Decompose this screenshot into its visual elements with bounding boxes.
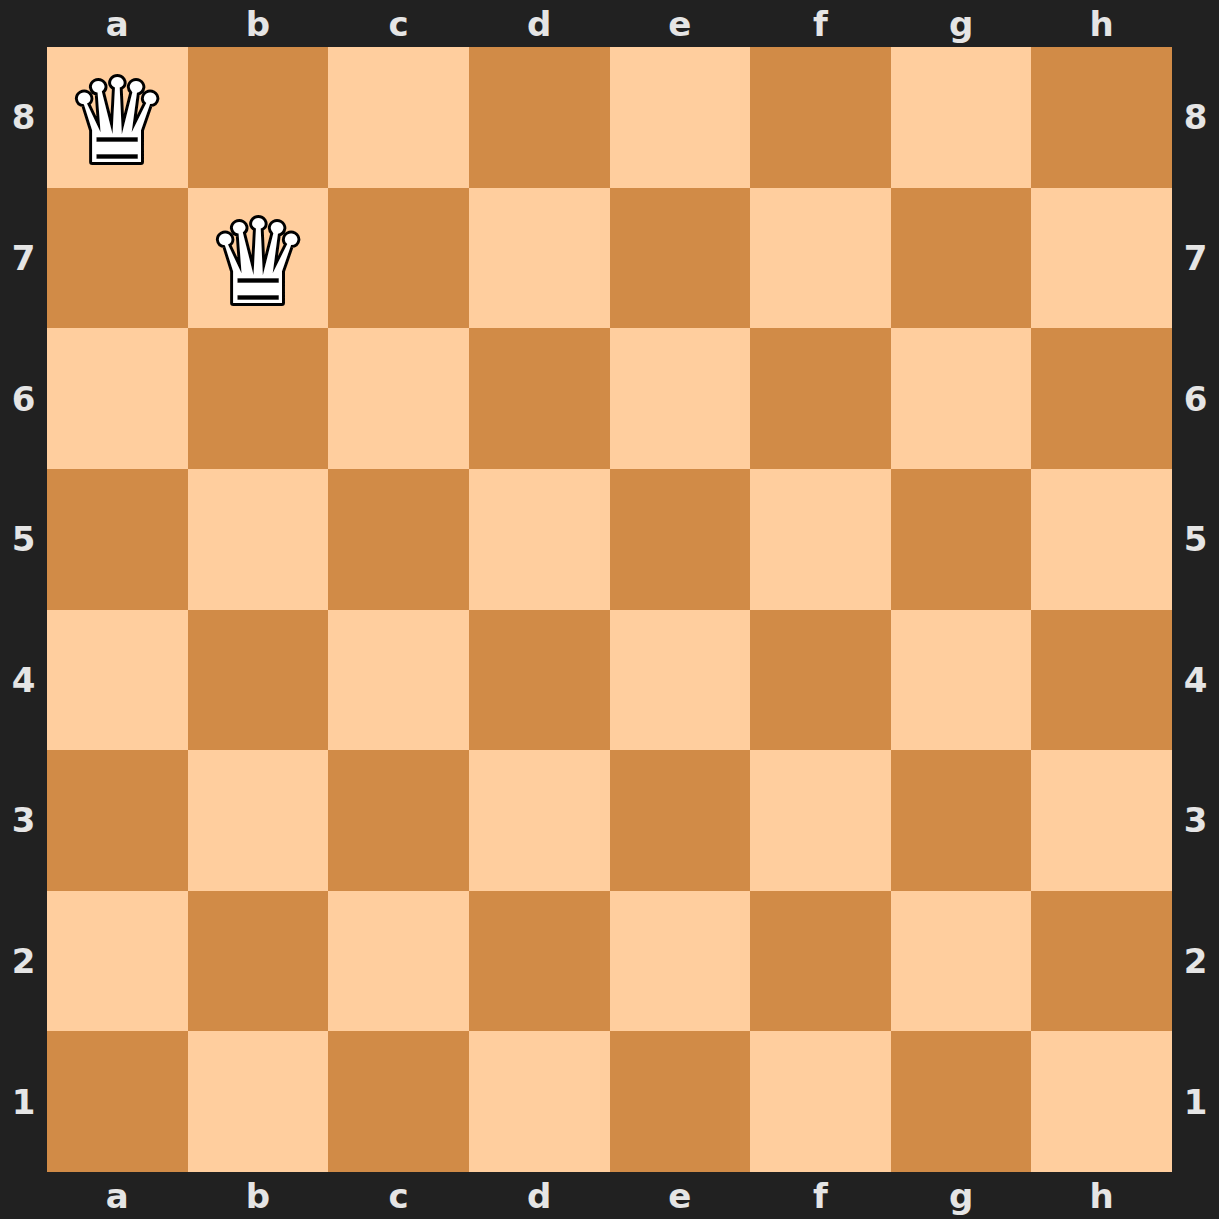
- square-g8[interactable]: [891, 47, 1032, 188]
- square-a8[interactable]: ♛: [47, 47, 188, 188]
- frame-corner: [0, 1172, 47, 1219]
- file-label-top-b: b: [188, 0, 329, 47]
- rank-label-right-1: 1: [1172, 1031, 1219, 1172]
- file-label-bottom-g: g: [891, 1172, 1032, 1219]
- square-h1[interactable]: [1031, 1031, 1172, 1172]
- square-f8[interactable]: [750, 47, 891, 188]
- square-f6[interactable]: [750, 328, 891, 469]
- chess-board: abcdefgh8♛87♛7665544332211abcdefgh: [0, 0, 1219, 1219]
- file-label-bottom-d: d: [469, 1172, 610, 1219]
- rank-label-right-6: 6: [1172, 328, 1219, 469]
- frame-corner: [1172, 1172, 1219, 1219]
- frame-corner: [0, 0, 47, 47]
- square-c4[interactable]: [328, 610, 469, 751]
- square-g3[interactable]: [891, 750, 1032, 891]
- square-d5[interactable]: [469, 469, 610, 610]
- square-e8[interactable]: [610, 47, 751, 188]
- square-c6[interactable]: [328, 328, 469, 469]
- file-label-bottom-c: c: [328, 1172, 469, 1219]
- square-h7[interactable]: [1031, 188, 1172, 329]
- square-c1[interactable]: [328, 1031, 469, 1172]
- file-label-bottom-b: b: [188, 1172, 329, 1219]
- square-g6[interactable]: [891, 328, 1032, 469]
- rank-label-right-4: 4: [1172, 610, 1219, 751]
- svg-text:♛: ♛: [65, 54, 169, 184]
- square-d7[interactable]: [469, 188, 610, 329]
- square-e3[interactable]: [610, 750, 751, 891]
- square-b3[interactable]: [188, 750, 329, 891]
- square-h3[interactable]: [1031, 750, 1172, 891]
- square-a4[interactable]: [47, 610, 188, 751]
- square-h8[interactable]: [1031, 47, 1172, 188]
- file-label-top-c: c: [328, 0, 469, 47]
- square-f5[interactable]: [750, 469, 891, 610]
- rank-label-left-2: 2: [0, 891, 47, 1032]
- square-e7[interactable]: [610, 188, 751, 329]
- rank-label-left-6: 6: [0, 328, 47, 469]
- square-e5[interactable]: [610, 469, 751, 610]
- square-f3[interactable]: [750, 750, 891, 891]
- square-f2[interactable]: [750, 891, 891, 1032]
- svg-text:♛: ♛: [206, 194, 310, 324]
- square-a2[interactable]: [47, 891, 188, 1032]
- square-a6[interactable]: [47, 328, 188, 469]
- square-h4[interactable]: [1031, 610, 1172, 751]
- file-label-bottom-e: e: [610, 1172, 751, 1219]
- square-c2[interactable]: [328, 891, 469, 1032]
- square-d1[interactable]: [469, 1031, 610, 1172]
- rank-label-left-7: 7: [0, 188, 47, 329]
- square-d4[interactable]: [469, 610, 610, 751]
- square-e4[interactable]: [610, 610, 751, 751]
- square-a1[interactable]: [47, 1031, 188, 1172]
- square-h5[interactable]: [1031, 469, 1172, 610]
- file-label-bottom-f: f: [750, 1172, 891, 1219]
- rank-label-right-3: 3: [1172, 750, 1219, 891]
- rank-label-left-5: 5: [0, 469, 47, 610]
- square-e2[interactable]: [610, 891, 751, 1032]
- piece-white-queen-b7[interactable]: ♛: [192, 192, 324, 324]
- frame-corner: [1172, 0, 1219, 47]
- square-b2[interactable]: [188, 891, 329, 1032]
- square-b7[interactable]: ♛: [188, 188, 329, 329]
- file-label-top-f: f: [750, 0, 891, 47]
- square-g4[interactable]: [891, 610, 1032, 751]
- square-c5[interactable]: [328, 469, 469, 610]
- square-a7[interactable]: [47, 188, 188, 329]
- square-d8[interactable]: [469, 47, 610, 188]
- square-b5[interactable]: [188, 469, 329, 610]
- square-f4[interactable]: [750, 610, 891, 751]
- rank-label-right-5: 5: [1172, 469, 1219, 610]
- rank-label-right-2: 2: [1172, 891, 1219, 1032]
- square-b4[interactable]: [188, 610, 329, 751]
- square-h2[interactable]: [1031, 891, 1172, 1032]
- rank-label-right-7: 7: [1172, 188, 1219, 329]
- square-d3[interactable]: [469, 750, 610, 891]
- file-label-top-a: a: [47, 0, 188, 47]
- square-g1[interactable]: [891, 1031, 1032, 1172]
- square-c8[interactable]: [328, 47, 469, 188]
- square-b1[interactable]: [188, 1031, 329, 1172]
- rank-label-left-8: 8: [0, 47, 47, 188]
- square-e1[interactable]: [610, 1031, 751, 1172]
- square-b8[interactable]: [188, 47, 329, 188]
- file-label-top-h: h: [1031, 0, 1172, 47]
- square-g2[interactable]: [891, 891, 1032, 1032]
- square-b6[interactable]: [188, 328, 329, 469]
- file-label-top-e: e: [610, 0, 751, 47]
- square-d2[interactable]: [469, 891, 610, 1032]
- piece-white-queen-a8[interactable]: ♛: [51, 51, 183, 183]
- square-d6[interactable]: [469, 328, 610, 469]
- file-label-top-d: d: [469, 0, 610, 47]
- square-e6[interactable]: [610, 328, 751, 469]
- square-h6[interactable]: [1031, 328, 1172, 469]
- rank-label-left-4: 4: [0, 610, 47, 751]
- square-f1[interactable]: [750, 1031, 891, 1172]
- square-f7[interactable]: [750, 188, 891, 329]
- square-g7[interactable]: [891, 188, 1032, 329]
- file-label-top-g: g: [891, 0, 1032, 47]
- square-c3[interactable]: [328, 750, 469, 891]
- square-a5[interactable]: [47, 469, 188, 610]
- square-c7[interactable]: [328, 188, 469, 329]
- file-label-bottom-a: a: [47, 1172, 188, 1219]
- square-g5[interactable]: [891, 469, 1032, 610]
- rank-label-left-3: 3: [0, 750, 47, 891]
- square-a3[interactable]: [47, 750, 188, 891]
- file-label-bottom-h: h: [1031, 1172, 1172, 1219]
- rank-label-right-8: 8: [1172, 47, 1219, 188]
- rank-label-left-1: 1: [0, 1031, 47, 1172]
